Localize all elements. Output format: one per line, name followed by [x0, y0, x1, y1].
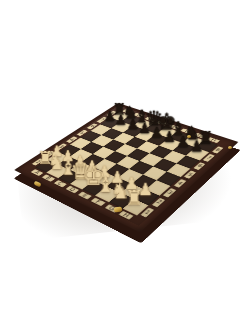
piece-black-pawn: ♟ [186, 139, 206, 154]
chess-board: ABCDEFGH8♜♞♝♛♚♝♞♜87♟♟♟♟♟♟♟♟7665544332♟♟♟… [14, 103, 238, 232]
board-tilt-wrapper: ABCDEFGH8♜♞♝♛♚♝♞♜87♟♟♟♟♟♟♟♟7665544332♟♟♟… [0, 0, 250, 311]
rank-label: 7 [203, 154, 215, 162]
file-label: D [65, 186, 79, 194]
brass-hinge-1 [187, 135, 191, 138]
chess-set-photo: ABCDEFGH8♜♞♝♛♚♝♞♜87♟♟♟♟♟♟♟♟7665544332♟♟♟… [0, 0, 250, 311]
rank-label: 3 [163, 188, 176, 197]
board-grid: ABCDEFGH8♜♞♝♛♚♝♞♜87♟♟♟♟♟♟♟♟7665544332♟♟♟… [21, 106, 231, 227]
brass-hinge-2 [228, 146, 232, 149]
piece-white-rook: ♜ [123, 187, 146, 208]
